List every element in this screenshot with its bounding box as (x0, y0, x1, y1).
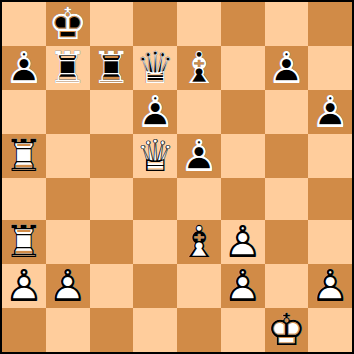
square-b1[interactable] (46, 308, 90, 352)
square-h7[interactable] (308, 46, 352, 90)
piece-glyph-outline: ♖ (4, 220, 43, 264)
piece-glyph-outline: ♔ (267, 308, 306, 352)
square-f5[interactable] (221, 134, 265, 178)
piece-glyph-outline: ♖ (48, 46, 87, 90)
white-rook[interactable]: ♜♖ (4, 220, 43, 264)
square-a5[interactable]: ♜♖ (2, 134, 46, 178)
black-pawn[interactable]: ♟♙ (267, 46, 306, 90)
square-e5[interactable]: ♟♙ (177, 134, 221, 178)
square-d4[interactable] (133, 178, 177, 220)
square-b6[interactable] (46, 90, 90, 134)
piece-glyph-outline: ♗ (179, 220, 218, 264)
black-pawn[interactable]: ♟♙ (4, 46, 43, 90)
black-bishop[interactable]: ♝♗ (179, 46, 218, 90)
square-e2[interactable] (177, 264, 221, 308)
square-d8[interactable] (133, 2, 177, 46)
square-h4[interactable] (308, 178, 352, 220)
square-b7[interactable]: ♜♖ (46, 46, 90, 90)
square-b2[interactable]: ♟♙ (46, 264, 90, 308)
square-e3[interactable]: ♝♗ (177, 220, 221, 264)
square-f6[interactable] (221, 90, 265, 134)
piece-glyph-outline: ♕ (135, 134, 174, 178)
chess-board-frame: ♚♔♟♙♜♖♜♖♛♕♝♗♟♙♟♙♟♙♜♖♛♕♟♙♜♖♝♗♟♙♟♙♟♙♟♙♟♙♚♔ (0, 0, 354, 354)
square-g5[interactable] (265, 134, 309, 178)
piece-glyph-outline: ♔ (48, 2, 87, 46)
white-pawn[interactable]: ♟♙ (223, 264, 262, 308)
square-b3[interactable] (46, 220, 90, 264)
piece-glyph-outline: ♙ (223, 220, 262, 264)
black-rook[interactable]: ♜♖ (92, 46, 131, 90)
piece-glyph-outline: ♙ (48, 264, 87, 308)
square-c3[interactable] (90, 220, 134, 264)
piece-glyph-outline: ♙ (223, 264, 262, 308)
square-c1[interactable] (90, 308, 134, 352)
white-pawn[interactable]: ♟♙ (4, 264, 43, 308)
square-d3[interactable] (133, 220, 177, 264)
white-rook[interactable]: ♜♖ (4, 134, 43, 178)
square-g3[interactable] (265, 220, 309, 264)
piece-glyph-outline: ♙ (179, 134, 218, 178)
square-e4[interactable] (177, 178, 221, 220)
square-a3[interactable]: ♜♖ (2, 220, 46, 264)
piece-glyph-outline: ♖ (4, 134, 43, 178)
square-d7[interactable]: ♛♕ (133, 46, 177, 90)
square-g2[interactable] (265, 264, 309, 308)
white-queen[interactable]: ♛♕ (135, 134, 174, 178)
square-g8[interactable] (265, 2, 309, 46)
square-e1[interactable] (177, 308, 221, 352)
square-e8[interactable] (177, 2, 221, 46)
square-b5[interactable] (46, 134, 90, 178)
piece-glyph-outline: ♕ (135, 46, 174, 90)
square-c5[interactable] (90, 134, 134, 178)
square-g1[interactable]: ♚♔ (265, 308, 309, 352)
white-pawn[interactable]: ♟♙ (48, 264, 87, 308)
piece-glyph-outline: ♙ (4, 46, 43, 90)
square-g7[interactable]: ♟♙ (265, 46, 309, 90)
piece-glyph-outline: ♙ (135, 90, 174, 134)
square-a6[interactable] (2, 90, 46, 134)
white-king[interactable]: ♚♔ (267, 308, 306, 352)
square-c7[interactable]: ♜♖ (90, 46, 134, 90)
square-c2[interactable] (90, 264, 134, 308)
square-g4[interactable] (265, 178, 309, 220)
square-c8[interactable] (90, 2, 134, 46)
white-pawn[interactable]: ♟♙ (310, 264, 349, 308)
square-h6[interactable]: ♟♙ (308, 90, 352, 134)
white-bishop[interactable]: ♝♗ (179, 220, 218, 264)
square-c6[interactable] (90, 90, 134, 134)
square-f8[interactable] (221, 2, 265, 46)
black-queen[interactable]: ♛♕ (135, 46, 174, 90)
square-h8[interactable] (308, 2, 352, 46)
square-g6[interactable] (265, 90, 309, 134)
piece-glyph-outline: ♙ (310, 264, 349, 308)
square-a1[interactable] (2, 308, 46, 352)
square-d5[interactable]: ♛♕ (133, 134, 177, 178)
piece-glyph-outline: ♙ (310, 90, 349, 134)
square-d6[interactable]: ♟♙ (133, 90, 177, 134)
piece-glyph-outline: ♗ (179, 46, 218, 90)
chess-board: ♚♔♟♙♜♖♜♖♛♕♝♗♟♙♟♙♟♙♜♖♛♕♟♙♜♖♝♗♟♙♟♙♟♙♟♙♟♙♚♔ (2, 2, 352, 352)
square-a4[interactable] (2, 178, 46, 220)
black-pawn[interactable]: ♟♙ (179, 134, 218, 178)
white-pawn[interactable]: ♟♙ (223, 220, 262, 264)
square-f3[interactable]: ♟♙ (221, 220, 265, 264)
square-h2[interactable]: ♟♙ (308, 264, 352, 308)
square-f1[interactable] (221, 308, 265, 352)
square-f7[interactable] (221, 46, 265, 90)
square-d1[interactable] (133, 308, 177, 352)
square-h5[interactable] (308, 134, 352, 178)
square-a7[interactable]: ♟♙ (2, 46, 46, 90)
square-a2[interactable]: ♟♙ (2, 264, 46, 308)
square-f4[interactable] (221, 178, 265, 220)
black-king[interactable]: ♚♔ (48, 2, 87, 46)
black-pawn[interactable]: ♟♙ (310, 90, 349, 134)
square-c4[interactable] (90, 178, 134, 220)
square-b8[interactable]: ♚♔ (46, 2, 90, 46)
piece-glyph-outline: ♙ (4, 264, 43, 308)
black-rook[interactable]: ♜♖ (48, 46, 87, 90)
piece-glyph-outline: ♖ (92, 46, 131, 90)
square-h1[interactable] (308, 308, 352, 352)
square-a8[interactable] (2, 2, 46, 46)
square-e7[interactable]: ♝♗ (177, 46, 221, 90)
piece-glyph-outline: ♙ (267, 46, 306, 90)
square-f2[interactable]: ♟♙ (221, 264, 265, 308)
square-b4[interactable] (46, 178, 90, 220)
square-e6[interactable] (177, 90, 221, 134)
black-pawn[interactable]: ♟♙ (135, 90, 174, 134)
square-h3[interactable] (308, 220, 352, 264)
square-d2[interactable] (133, 264, 177, 308)
